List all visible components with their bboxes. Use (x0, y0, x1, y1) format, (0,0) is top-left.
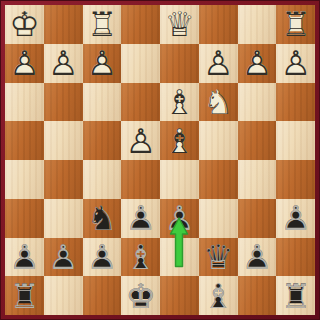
white-knight-c3: ♞♘ (199, 83, 238, 122)
square-b5[interactable] (238, 160, 277, 199)
white-pawn-g2: ♟♙ (44, 44, 83, 83)
square-b8[interactable] (238, 276, 277, 315)
black-pawn-f7: ♟♙ (83, 238, 122, 277)
square-d2[interactable] (160, 44, 199, 83)
square-b1[interactable] (238, 5, 277, 44)
square-a6[interactable]: ♟♙ (276, 199, 315, 238)
square-g7[interactable]: ♟♙ (44, 238, 83, 277)
square-h5[interactable] (5, 160, 44, 199)
square-g8[interactable] (44, 276, 83, 315)
square-a2[interactable]: ♟♙ (276, 44, 315, 83)
chess-board: ♚♔♜♖♛♕♜♖♟♙♟♙♟♙♟♙♟♙♟♙♝♗♞♘♟♙♝♗♞♘♟♙♟♙♟♙♟♙♟♙… (5, 5, 315, 315)
white-pawn-c2: ♟♙ (199, 44, 238, 83)
black-pawn-a6: ♟♙ (276, 199, 315, 238)
square-h7[interactable]: ♟♙ (5, 238, 44, 277)
square-f2[interactable]: ♟♙ (83, 44, 122, 83)
square-e4[interactable]: ♟♙ (121, 121, 160, 160)
black-knight-f6: ♞♘ (83, 199, 122, 238)
black-queen-c7: ♛♕ (199, 238, 238, 277)
square-g5[interactable] (44, 160, 83, 199)
square-c4[interactable] (199, 121, 238, 160)
square-e2[interactable] (121, 44, 160, 83)
square-e6[interactable]: ♟♙ (121, 199, 160, 238)
black-bishop-c8: ♝♗ (199, 276, 238, 315)
square-a5[interactable] (276, 160, 315, 199)
square-d7[interactable] (160, 238, 199, 277)
white-bishop-d4: ♝♗ (160, 121, 199, 160)
square-g6[interactable] (44, 199, 83, 238)
square-b4[interactable] (238, 121, 277, 160)
square-f5[interactable] (83, 160, 122, 199)
white-pawn-b2: ♟♙ (238, 44, 277, 83)
square-f3[interactable] (83, 83, 122, 122)
square-e5[interactable] (121, 160, 160, 199)
square-d8[interactable] (160, 276, 199, 315)
square-d3[interactable]: ♝♗ (160, 83, 199, 122)
square-a7[interactable] (276, 238, 315, 277)
white-rook-f1: ♜♖ (83, 5, 122, 44)
square-e8[interactable]: ♚♔ (121, 276, 160, 315)
square-h6[interactable] (5, 199, 44, 238)
square-c1[interactable] (199, 5, 238, 44)
chess-diagram: ♚♔♜♖♛♕♜♖♟♙♟♙♟♙♟♙♟♙♟♙♝♗♞♘♟♙♝♗♞♘♟♙♟♙♟♙♟♙♟♙… (0, 0, 320, 320)
white-rook-a1: ♜♖ (276, 5, 315, 44)
square-a1[interactable]: ♜♖ (276, 5, 315, 44)
black-pawn-h7: ♟♙ (5, 238, 44, 277)
black-pawn-e6: ♟♙ (121, 199, 160, 238)
white-pawn-h2: ♟♙ (5, 44, 44, 83)
square-c5[interactable] (199, 160, 238, 199)
square-f7[interactable]: ♟♙ (83, 238, 122, 277)
square-b3[interactable] (238, 83, 277, 122)
white-pawn-a2: ♟♙ (276, 44, 315, 83)
square-c3[interactable]: ♞♘ (199, 83, 238, 122)
square-c2[interactable]: ♟♙ (199, 44, 238, 83)
square-h3[interactable] (5, 83, 44, 122)
square-b6[interactable] (238, 199, 277, 238)
black-rook-h8: ♜♖ (5, 276, 44, 315)
square-c6[interactable] (199, 199, 238, 238)
square-f6[interactable]: ♞♘ (83, 199, 122, 238)
square-d1[interactable]: ♛♕ (160, 5, 199, 44)
black-king-e8: ♚♔ (121, 276, 160, 315)
square-g2[interactable]: ♟♙ (44, 44, 83, 83)
black-pawn-d6: ♟♙ (160, 199, 199, 238)
square-d4[interactable]: ♝♗ (160, 121, 199, 160)
square-g4[interactable] (44, 121, 83, 160)
square-f4[interactable] (83, 121, 122, 160)
square-a3[interactable] (276, 83, 315, 122)
square-a8[interactable]: ♜♖ (276, 276, 315, 315)
square-h4[interactable] (5, 121, 44, 160)
square-h2[interactable]: ♟♙ (5, 44, 44, 83)
white-king-h1: ♚♔ (5, 5, 44, 44)
white-bishop-d3: ♝♗ (160, 83, 199, 122)
square-e7[interactable]: ♝♗ (121, 238, 160, 277)
square-c7[interactable]: ♛♕ (199, 238, 238, 277)
square-d6[interactable]: ♟♙ (160, 199, 199, 238)
square-f8[interactable] (83, 276, 122, 315)
square-b2[interactable]: ♟♙ (238, 44, 277, 83)
black-rook-a8: ♜♖ (276, 276, 315, 315)
black-pawn-b7: ♟♙ (238, 238, 277, 277)
white-queen-d1: ♛♕ (160, 5, 199, 44)
white-pawn-e4: ♟♙ (121, 121, 160, 160)
square-h1[interactable]: ♚♔ (5, 5, 44, 44)
square-e1[interactable] (121, 5, 160, 44)
black-bishop-e7: ♝♗ (121, 238, 160, 277)
square-g3[interactable] (44, 83, 83, 122)
square-e3[interactable] (121, 83, 160, 122)
white-pawn-f2: ♟♙ (83, 44, 122, 83)
square-b7[interactable]: ♟♙ (238, 238, 277, 277)
square-a4[interactable] (276, 121, 315, 160)
square-f1[interactable]: ♜♖ (83, 5, 122, 44)
square-c8[interactable]: ♝♗ (199, 276, 238, 315)
square-h8[interactable]: ♜♖ (5, 276, 44, 315)
black-pawn-g7: ♟♙ (44, 238, 83, 277)
square-d5[interactable] (160, 160, 199, 199)
square-g1[interactable] (44, 5, 83, 44)
